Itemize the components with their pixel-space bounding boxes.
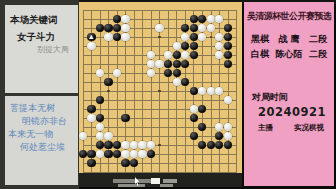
- black-stone: [224, 33, 232, 41]
- black-stone: [113, 150, 121, 158]
- poem-line: 何处惹尘埃: [20, 141, 65, 154]
- host-label: 主播: [258, 123, 273, 133]
- black-stone: [190, 87, 198, 95]
- white-stone: [121, 33, 129, 41]
- black-stone: [173, 60, 181, 68]
- white-stone: [130, 141, 138, 149]
- black-stone: [104, 141, 112, 149]
- poem-line: 菩提本无树: [10, 102, 55, 115]
- black-stone: [224, 141, 232, 149]
- white-stone: [121, 150, 129, 158]
- grid-line-horizontal: [83, 163, 237, 164]
- black-stone: [96, 114, 104, 122]
- black-stone: [147, 150, 155, 158]
- white-stone: [155, 60, 163, 68]
- poem-panel: 菩提本无树 明镜亦非台 本来无一物 何处惹尘埃: [5, 96, 78, 185]
- host-row: 主播 实况棋视: [258, 123, 324, 133]
- white-stone: [207, 15, 215, 23]
- grid-line-vertical: [168, 10, 169, 173]
- black-player-row: 黑棋 战 鹰 二段: [251, 33, 327, 46]
- black-stone: [113, 24, 121, 32]
- game-date: 20240921: [244, 105, 336, 119]
- toolbar-button-right[interactable]: [160, 184, 173, 187]
- white-stone: [224, 123, 232, 131]
- white-stone: [147, 141, 155, 149]
- black-stone: [164, 69, 172, 77]
- white-stone: [198, 24, 206, 32]
- white-stone: [164, 51, 172, 59]
- black-rank: 二段: [309, 33, 327, 46]
- white-stone: [138, 141, 146, 149]
- white-stone: [121, 24, 129, 32]
- white-stone: [190, 105, 198, 113]
- black-stone: [190, 51, 198, 59]
- black-stone: [104, 78, 112, 86]
- white-stone: [130, 150, 138, 158]
- black-stone: [87, 150, 95, 158]
- keywords-title: 本场关键词: [10, 14, 58, 27]
- white-stone: [215, 123, 223, 131]
- black-stone: [215, 141, 223, 149]
- black-stone: [181, 42, 189, 50]
- white-stone: [215, 15, 223, 23]
- white-stone: [121, 141, 129, 149]
- black-stone: [190, 33, 198, 41]
- white-stone: [147, 51, 155, 59]
- white-stone: [104, 33, 112, 41]
- white-stone: [87, 42, 95, 50]
- white-stone: [207, 87, 215, 95]
- black-stone: [87, 159, 95, 167]
- move-slider-thumb[interactable]: [151, 178, 160, 184]
- white-stone: [215, 51, 223, 59]
- white-stone: [96, 69, 104, 77]
- black-stone: [198, 141, 206, 149]
- black-name: 战 鹰: [278, 33, 299, 46]
- black-stone: [79, 150, 87, 158]
- white-stone: [155, 24, 163, 32]
- black-stone: [121, 114, 129, 122]
- black-stone: [104, 24, 112, 32]
- host-name: 实况棋视: [294, 123, 324, 133]
- black-stone: [96, 96, 104, 104]
- black-stone: [198, 123, 206, 131]
- white-player-row: 白棋 陈心陌 二段: [251, 48, 327, 61]
- white-stone: [96, 132, 104, 140]
- white-stone: [173, 78, 181, 86]
- white-rank: 二段: [309, 48, 327, 61]
- black-stone: [113, 33, 121, 41]
- white-stone: [224, 96, 232, 104]
- black-stone: [224, 24, 232, 32]
- grid-line-horizontal: [83, 127, 237, 128]
- go-board-grid: [79, 2, 242, 187]
- black-stone: [181, 24, 189, 32]
- white-stone: [104, 132, 112, 140]
- move-slider-track[interactable]: [113, 179, 151, 183]
- white-stone: [96, 150, 104, 158]
- info-panel: 吴清源杯世公开赛预选 黑棋 战 鹰 二段 白棋 陈心陌 二段 对局时间 2024…: [244, 2, 334, 186]
- keywords-line: 女子斗力: [17, 31, 55, 44]
- white-stone: [215, 33, 223, 41]
- white-stone: [87, 114, 95, 122]
- white-label: 白棋: [251, 48, 269, 61]
- black-stone: [104, 150, 112, 158]
- black-stone: [96, 141, 104, 149]
- black-stone: [113, 141, 121, 149]
- black-stone: [190, 24, 198, 32]
- poem-line: 本来无一物: [8, 128, 53, 141]
- white-stone: [96, 123, 104, 131]
- white-stone: [173, 42, 181, 50]
- black-stone: [130, 159, 138, 167]
- black-stone: [173, 51, 181, 59]
- grid-line-horizontal: [83, 172, 237, 173]
- grid-line-horizontal: [83, 118, 237, 119]
- black-stone: [96, 24, 104, 32]
- white-stone: [181, 33, 189, 41]
- white-stone: [224, 132, 232, 140]
- black-stone: [224, 51, 232, 59]
- black-stone: [190, 15, 198, 23]
- white-stone: [198, 87, 206, 95]
- keywords-subline: 别提大局: [37, 44, 69, 55]
- playback-toolbar: [79, 173, 242, 187]
- black-stone: [190, 42, 198, 50]
- white-stone: [215, 42, 223, 50]
- white-stone: [207, 24, 215, 32]
- black-stone: [173, 69, 181, 77]
- black-stone: [198, 15, 206, 23]
- white-stone: [147, 60, 155, 68]
- white-stone: [113, 69, 121, 77]
- black-stone: [190, 132, 198, 140]
- event-title: 吴清源杯世公开赛预选: [244, 10, 334, 23]
- black-stone: [224, 60, 232, 68]
- white-stone: [121, 15, 129, 23]
- black-stone: [224, 42, 232, 50]
- black-stone: [181, 78, 189, 86]
- grid-line-horizontal: [83, 100, 237, 101]
- broadcast-window: 本场关键词 女子斗力 别提大局 菩提本无树 明镜亦非台 本来无一物 何处惹尘埃 …: [0, 0, 336, 189]
- white-name: 陈心陌: [276, 48, 303, 61]
- grid-line-vertical: [236, 10, 237, 173]
- black-stone: [113, 15, 121, 23]
- white-stone: [215, 87, 223, 95]
- black-label: 黑棋: [251, 33, 269, 46]
- black-stone: [121, 159, 129, 167]
- white-stone: [138, 150, 146, 158]
- black-stone: [198, 105, 206, 113]
- left-column: 本场关键词 女子斗力 别提大局 菩提本无树 明镜亦非台 本来无一物 何处惹尘埃: [0, 0, 79, 189]
- white-stone: [181, 51, 189, 59]
- grid-line-vertical: [176, 10, 177, 173]
- black-stone: [215, 132, 223, 140]
- black-stone: [164, 60, 172, 68]
- black-stone: [190, 114, 198, 122]
- white-stone: [79, 132, 87, 140]
- grid-line-horizontal: [83, 109, 237, 110]
- keywords-panel: 本场关键词 女子斗力 别提大局: [5, 5, 78, 93]
- white-stone: [147, 69, 155, 77]
- black-stone: [181, 60, 189, 68]
- game-time-label: 对局时间: [252, 91, 288, 104]
- poem-line: 明镜亦非台: [22, 115, 67, 128]
- black-stone: [87, 105, 95, 113]
- move-counter-blob: [163, 179, 177, 183]
- toolbar-button-left[interactable]: [118, 184, 145, 187]
- white-stone: [198, 33, 206, 41]
- black-stone: [207, 141, 215, 149]
